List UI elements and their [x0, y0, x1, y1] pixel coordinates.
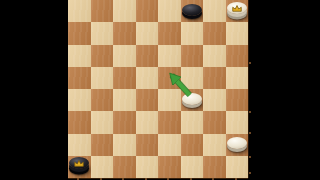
square-d2[interactable]: [136, 134, 159, 156]
square-e4[interactable]: [158, 89, 181, 111]
edge-mark: [100, 178, 102, 180]
square-h7[interactable]: [226, 22, 249, 44]
square-f2[interactable]: [181, 134, 204, 156]
white-man[interactable]: [227, 137, 247, 149]
black-man[interactable]: [182, 4, 202, 16]
square-d8[interactable]: [136, 0, 159, 22]
square-f5[interactable]: [181, 67, 204, 89]
edge-mark: [249, 132, 251, 134]
edge-mark: [77, 178, 79, 180]
square-e5[interactable]: [158, 67, 181, 89]
square-g1[interactable]: [203, 156, 226, 178]
square-e3[interactable]: [158, 111, 181, 133]
square-b7[interactable]: [91, 22, 114, 44]
square-c8[interactable]: [113, 0, 136, 22]
square-c3[interactable]: [113, 111, 136, 133]
edge-mark: [122, 178, 124, 180]
square-a2[interactable]: [68, 134, 91, 156]
edge-mark: [212, 178, 214, 180]
square-g2[interactable]: [203, 134, 226, 156]
square-g5[interactable]: [203, 67, 226, 89]
square-h5[interactable]: [226, 67, 249, 89]
square-h8[interactable]: [226, 0, 249, 22]
white-king[interactable]: [227, 2, 247, 14]
square-a3[interactable]: [68, 111, 91, 133]
square-g6[interactable]: [203, 45, 226, 67]
square-e1[interactable]: [158, 156, 181, 178]
square-e2[interactable]: [158, 134, 181, 156]
square-b4[interactable]: [91, 89, 114, 111]
square-c6[interactable]: [113, 45, 136, 67]
square-f8[interactable]: [181, 0, 204, 22]
square-d3[interactable]: [136, 111, 159, 133]
square-a5[interactable]: [68, 67, 91, 89]
square-b1[interactable]: [91, 156, 114, 178]
square-g7[interactable]: [203, 22, 226, 44]
edge-mark: [249, 156, 251, 158]
square-b6[interactable]: [91, 45, 114, 67]
square-g8[interactable]: [203, 0, 226, 22]
edge-mark: [235, 178, 237, 180]
square-e8[interactable]: [158, 0, 181, 22]
white-man[interactable]: [182, 93, 202, 105]
square-f3[interactable]: [181, 111, 204, 133]
square-f6[interactable]: [181, 45, 204, 67]
square-d6[interactable]: [136, 45, 159, 67]
square-a7[interactable]: [68, 22, 91, 44]
edge-mark: [167, 178, 169, 180]
square-h4[interactable]: [226, 89, 249, 111]
black-king[interactable]: [69, 157, 89, 169]
square-f1[interactable]: [181, 156, 204, 178]
square-a8[interactable]: [68, 0, 91, 22]
square-d7[interactable]: [136, 22, 159, 44]
edge-mark: [249, 62, 251, 64]
square-a1[interactable]: [68, 156, 91, 178]
edge-mark: [145, 178, 147, 180]
square-h3[interactable]: [226, 111, 249, 133]
edge-mark: [249, 111, 251, 113]
square-b8[interactable]: [91, 0, 114, 22]
square-f7[interactable]: [181, 22, 204, 44]
board: [68, 0, 248, 178]
square-c4[interactable]: [113, 89, 136, 111]
square-a6[interactable]: [68, 45, 91, 67]
square-g3[interactable]: [203, 111, 226, 133]
square-c2[interactable]: [113, 134, 136, 156]
square-c5[interactable]: [113, 67, 136, 89]
crown-icon: [73, 159, 85, 168]
square-b2[interactable]: [91, 134, 114, 156]
square-a4[interactable]: [68, 89, 91, 111]
app-background: [0, 0, 320, 180]
edge-mark: [190, 178, 192, 180]
square-f4[interactable]: [181, 89, 204, 111]
square-c1[interactable]: [113, 156, 136, 178]
square-d1[interactable]: [136, 156, 159, 178]
square-d5[interactable]: [136, 67, 159, 89]
square-c7[interactable]: [113, 22, 136, 44]
square-e6[interactable]: [158, 45, 181, 67]
square-e7[interactable]: [158, 22, 181, 44]
square-h2[interactable]: [226, 134, 249, 156]
edge-mark: [249, 172, 251, 174]
square-h6[interactable]: [226, 45, 249, 67]
square-b5[interactable]: [91, 67, 114, 89]
square-b3[interactable]: [91, 111, 114, 133]
square-g4[interactable]: [203, 89, 226, 111]
square-d4[interactable]: [136, 89, 159, 111]
crown-icon: [231, 4, 243, 13]
square-h1[interactable]: [226, 156, 249, 178]
